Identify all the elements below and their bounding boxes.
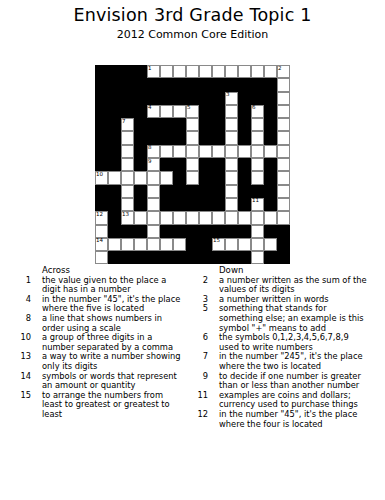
crossword-cell[interactable]: 2 [277,65,290,78]
blocked-cell [121,65,134,78]
blocked-cell [264,92,277,105]
blocked-cell [199,92,212,105]
blocked-cell [264,131,277,144]
blocked-cell [108,185,121,198]
clue-row: 6the symbols 0,1,2,3,4,5,6,7,8,9 used to… [192,333,377,352]
blocked-cell [108,131,121,144]
blocked-cell [108,78,121,91]
blocked-cell [186,185,199,198]
blocked-cell [134,118,147,131]
blocked-cell [199,225,212,238]
blocked-cell [186,238,199,251]
blocked-cell [147,92,160,105]
cell-number: 8 [148,145,152,151]
blocked-cell [121,251,134,264]
blocked-cell [199,171,212,184]
blocked-cell [238,225,251,238]
crossword-cell[interactable] [121,238,134,251]
blocked-cell [160,131,173,144]
blocked-cell [173,118,186,131]
crossword-cell[interactable] [277,171,290,184]
crossword-cell[interactable]: 1 [147,65,160,78]
blocked-cell [160,92,173,105]
blocked-cell [147,118,160,131]
crossword-cell[interactable] [225,145,238,158]
cell-number: 6 [252,105,256,111]
blocked-cell [160,158,173,171]
crossword-cell[interactable] [147,171,160,184]
blocked-cell [160,225,173,238]
clue-text: something that stands for something else… [219,304,371,333]
clue-number-label: 13 [15,352,31,371]
crossword-cell[interactable] [199,65,212,78]
blocked-cell [186,198,199,211]
clue-row: 15to arrange the numbers from least to g… [15,391,184,420]
clue-row: 10a group of three digits in a number se… [15,333,184,352]
clue-number-label: 15 [15,391,31,420]
crossword-cell[interactable] [225,131,238,144]
crossword-cell[interactable] [186,211,199,224]
blocked-cell [95,131,108,144]
clue-text: in the number "45", it's the place where… [42,295,184,314]
blocked-cell [95,185,108,198]
blocked-cell [121,225,134,238]
clues-section: Across 1the value given to the place a d… [0,266,385,429]
crossword-cell[interactable]: 11 [251,198,264,211]
blocked-cell [238,251,251,264]
cell-number: 15 [213,238,220,244]
crossword-cell[interactable] [251,238,264,251]
page-subtitle: 2012 Common Core Edition [0,28,385,41]
blocked-cell [186,225,199,238]
crossword-cell[interactable] [173,211,186,224]
blocked-cell [160,118,173,131]
cell-number: 1 [148,66,152,72]
clue-row: 2a number written as the sum of the valu… [192,276,377,295]
blocked-cell [95,92,108,105]
blocked-cell [212,105,225,118]
clue-text: the symbols 0,1,2,3,4,5,6,7,8,9 used to … [219,333,371,352]
clue-text: to decide if one number is greater than … [219,372,371,391]
crossword-cell[interactable]: 8 [147,145,160,158]
crossword-cell[interactable] [121,158,134,171]
blocked-cell [134,225,147,238]
blocked-cell [238,185,251,198]
crossword-cell[interactable] [160,238,173,251]
blocked-cell [212,158,225,171]
crossword-cell[interactable] [147,185,160,198]
crossword-cell[interactable] [121,131,134,144]
cell-number: 7 [122,119,126,125]
crossword-cell[interactable] [277,158,290,171]
crossword-cell[interactable]: 7 [121,118,134,131]
blocked-cell [186,92,199,105]
clue-row: 12in the number "45", it's the place whe… [192,410,377,429]
crossword-cell[interactable] [199,145,212,158]
blocked-cell [173,198,186,211]
crossword-grid: 123456789101112131415 [95,65,290,264]
blocked-cell [238,118,251,131]
blocked-cell [225,225,238,238]
blocked-cell [225,251,238,264]
crossword-cell[interactable] [147,225,160,238]
blocked-cell [238,131,251,144]
blocked-cell [121,78,134,91]
crossword-cell[interactable]: 5 [186,105,199,118]
cell-number: 4 [148,105,152,111]
crossword-cell[interactable] [277,78,290,91]
blocked-cell [121,92,134,105]
blocked-cell [186,78,199,91]
crossword-cell[interactable] [277,211,290,224]
crossword-cell[interactable] [147,238,160,251]
crossword-cell[interactable] [134,211,147,224]
blocked-cell [251,92,264,105]
crossword-cell[interactable] [173,105,186,118]
clue-row: 13a way to write a number showing only i… [15,352,184,371]
crossword-cell[interactable] [277,118,290,131]
blocked-cell [251,185,264,198]
crossword-cell[interactable] [134,171,147,184]
blocked-cell [264,158,277,171]
blocked-cell [199,131,212,144]
crossword-cell[interactable] [108,171,121,184]
clue-text: in the number "45", it's the place where… [219,410,371,429]
blocked-cell [212,185,225,198]
crossword-cell[interactable] [134,238,147,251]
blocked-cell [134,198,147,211]
crossword-cell[interactable] [186,118,199,131]
blocked-cell [251,78,264,91]
crossword-cell[interactable] [147,211,160,224]
blocked-cell [212,198,225,211]
blocked-cell [212,225,225,238]
blocked-cell [199,185,212,198]
blocked-cell [264,78,277,91]
crossword-cell[interactable] [251,145,264,158]
blocked-cell [108,145,121,158]
crossword-cell[interactable] [277,185,290,198]
cell-number: 12 [96,212,103,218]
crossword-cell[interactable]: 10 [95,171,108,184]
crossword-cell[interactable] [160,105,173,118]
blocked-cell [160,185,173,198]
blocked-cell [95,118,108,131]
crossword-cell[interactable] [121,145,134,158]
crossword-cell[interactable] [251,65,264,78]
blocked-cell [160,78,173,91]
blocked-cell [238,92,251,105]
blocked-cell [147,251,160,264]
blocked-cell [264,118,277,131]
blocked-cell [238,105,251,118]
cell-number: 13 [122,212,129,218]
clue-text: in the number "245", it's the place wher… [219,352,371,371]
cell-number: 2 [278,66,282,72]
blocked-cell [199,105,212,118]
crossword-cell[interactable] [186,131,199,144]
clue-text: to arrange the numbers from least to gre… [42,391,184,420]
crossword-cell[interactable]: 12 [95,211,108,224]
crossword-cell[interactable] [121,198,134,211]
crossword-cell[interactable] [277,92,290,105]
crossword-cell[interactable] [225,198,238,211]
crossword-cell[interactable] [264,65,277,78]
blocked-cell [264,171,277,184]
blocked-cell [277,251,290,264]
crossword-cell[interactable] [277,198,290,211]
cell-number: 11 [252,198,259,204]
crossword-cell[interactable] [251,211,264,224]
blocked-cell [277,238,290,251]
blocked-cell [108,225,121,238]
blocked-cell [108,92,121,105]
crossword-cell[interactable] [186,65,199,78]
blocked-cell [199,158,212,171]
blocked-cell [173,225,186,238]
crossword-cell[interactable] [238,65,251,78]
clue-number-label: 4 [15,295,31,314]
blocked-cell [134,185,147,198]
clue-row: 14symbols or words that represent an amo… [15,372,184,391]
blocked-cell [95,145,108,158]
blocked-cell [277,225,290,238]
blocked-cell [199,198,212,211]
cell-number: 5 [187,105,191,111]
crossword-cell[interactable] [225,105,238,118]
blocked-cell [134,78,147,91]
crossword-cell[interactable] [199,211,212,224]
crossword-cell[interactable] [225,158,238,171]
blocked-cell [264,251,277,264]
crossword-cell[interactable] [251,118,264,131]
blocked-cell [212,251,225,264]
blocked-cell [95,78,108,91]
blocked-cell [173,92,186,105]
crossword-cell[interactable] [251,158,264,171]
blocked-cell [108,105,121,118]
crossword-cell[interactable] [95,251,108,264]
clue-text: the value given to the place a digit has… [42,276,184,295]
blocked-cell [173,158,186,171]
crossword-cell[interactable] [160,171,173,184]
blocked-cell [225,78,238,91]
blocked-cell [264,198,277,211]
crossword-cell[interactable] [277,145,290,158]
blocked-cell [160,198,173,211]
page-title: Envision 3rd Grade Topic 1 [0,5,385,25]
crossword-cell[interactable] [251,251,264,264]
blocked-cell [108,118,121,131]
crossword-cell[interactable]: 3 [225,92,238,105]
crossword-cell[interactable] [264,145,277,158]
clue-row: 7in the number "245", it's the place whe… [192,352,377,371]
across-clue-list: 1the value given to the place a digit ha… [15,276,184,420]
clue-row: 11examples are coins and dollars; curren… [192,391,377,410]
crossword-cell[interactable] [225,65,238,78]
crossword-cell[interactable] [225,171,238,184]
clue-text: a number written as the sum of the value… [219,276,371,295]
crossword-cell[interactable] [251,171,264,184]
blocked-cell [160,251,173,264]
blocked-cell [238,158,251,171]
crossword-cell[interactable] [264,238,277,251]
blocked-cell [199,238,212,251]
worksheet-page: Envision 3rd Grade Topic 1 2012 Common C… [0,0,385,500]
cell-number: 14 [96,238,103,244]
clue-text: examples are coins and dollars; currency… [219,391,371,410]
crossword-cell[interactable] [121,185,134,198]
crossword-cell[interactable] [238,238,251,251]
crossword-cell[interactable] [212,211,225,224]
crossword-cell[interactable] [173,238,186,251]
crossword-cell[interactable] [160,211,173,224]
blocked-cell [212,171,225,184]
clue-text: a line that shows numbers in order using… [42,314,184,333]
cell-number: 9 [148,159,152,165]
clue-number-label: 5 [192,304,208,333]
blocked-cell [108,65,121,78]
clue-row: 8a line that shows numbers in order usin… [15,314,184,333]
blocked-cell [147,78,160,91]
blocked-cell [134,145,147,158]
blocked-cell [238,171,251,184]
clue-text: a way to write a number showing only its… [42,352,184,371]
clue-row: 1the value given to the place a digit ha… [15,276,184,295]
blocked-cell [238,78,251,91]
blocked-cell [212,118,225,131]
blocked-cell [95,105,108,118]
crossword-cell[interactable] [212,145,225,158]
blocked-cell [264,105,277,118]
cell-number: 10 [96,172,103,178]
blocked-cell [95,198,108,211]
clue-number-label: 8 [15,314,31,333]
crossword-cell[interactable] [277,131,290,144]
blocked-cell [173,171,186,184]
crossword-cell[interactable]: 4 [147,105,160,118]
clue-number-label: 11 [192,391,208,410]
blocked-cell [186,251,199,264]
blocked-cell [95,158,108,171]
clue-row: 4in the number "45", it's the place wher… [15,295,184,314]
clue-text: a group of three digits in a number sepa… [42,333,184,352]
clue-number-label: 10 [15,333,31,352]
crossword-cell[interactable] [264,211,277,224]
down-clue-list: 2a number written as the sum of the valu… [192,276,377,430]
crossword-cell[interactable] [225,185,238,198]
crossword-cell[interactable] [173,145,186,158]
clue-number-label: 6 [192,333,208,352]
blocked-cell [108,251,121,264]
blocked-cell [173,78,186,91]
down-clues-column: Down 2a number written as the sum of the… [192,266,377,429]
blocked-cell [212,92,225,105]
crossword-cell[interactable] [121,171,134,184]
blocked-cell [108,198,121,211]
blocked-cell [134,158,147,171]
crossword-cell[interactable] [238,211,251,224]
blocked-cell [147,131,160,144]
crossword-cell[interactable]: 6 [251,105,264,118]
crossword-cell[interactable] [225,211,238,224]
crossword-cell[interactable] [212,65,225,78]
crossword-cell[interactable]: 15 [212,238,225,251]
crossword-cell[interactable]: 13 [121,211,134,224]
clue-row: 9to decide if one number is greater than… [192,372,377,391]
crossword-cell[interactable] [160,145,173,158]
crossword-cell[interactable] [147,198,160,211]
blocked-cell [108,211,121,224]
clue-number-label: 2 [192,276,208,295]
crossword-cell[interactable] [238,145,251,158]
clue-row: 5something that stands for something els… [192,304,377,333]
crossword-cell[interactable] [160,65,173,78]
blocked-cell [121,105,134,118]
blocked-cell [212,78,225,91]
blocked-cell [199,78,212,91]
crossword-cell[interactable] [277,105,290,118]
clue-text: symbols or words that represent an amoun… [42,372,184,391]
crossword-cell[interactable] [251,131,264,144]
blocked-cell [173,185,186,198]
blocked-cell [173,131,186,144]
cell-number: 3 [226,92,230,98]
blocked-cell [264,185,277,198]
blocked-cell [199,251,212,264]
crossword-cell[interactable] [225,238,238,251]
crossword-cell[interactable] [225,118,238,131]
clue-number-label: 14 [15,372,31,391]
crossword-cell[interactable] [173,65,186,78]
crossword-cell[interactable]: 14 [95,238,108,251]
blocked-cell [134,105,147,118]
blocked-cell [134,251,147,264]
blocked-cell [199,118,212,131]
across-clues-column: Across 1the value given to the place a d… [15,266,184,429]
blocked-cell [264,225,277,238]
crossword-cell[interactable] [186,171,199,184]
blocked-cell [134,131,147,144]
blocked-cell [173,251,186,264]
clue-number-label: 7 [192,352,208,371]
clue-number-label: 1 [15,276,31,295]
crossword-cell[interactable] [251,225,264,238]
blocked-cell [212,131,225,144]
crossword-cell[interactable] [95,225,108,238]
crossword-cell[interactable] [186,145,199,158]
blocked-cell [95,65,108,78]
blocked-cell [238,198,251,211]
blocked-cell [108,158,121,171]
crossword-cell[interactable] [108,238,121,251]
crossword-cell[interactable] [186,158,199,171]
blocked-cell [134,92,147,105]
clue-number-label: 12 [192,410,208,429]
clue-number-label: 9 [192,372,208,391]
blocked-cell [134,65,147,78]
crossword-cell[interactable]: 9 [147,158,160,171]
